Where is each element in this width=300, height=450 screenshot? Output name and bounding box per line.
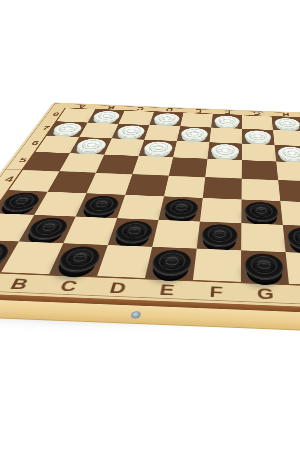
checkers-board: ABCDEFGH 87654321 ⛀⛀⛀⛀⛀⛀⛀⛀⛀⛀⛀⛀⛂⛂⛂⛂⛂⛂⛂⛂⛂⛂… [0,103,300,333]
black-piece-g3[interactable]: ⛂ [245,201,279,222]
white-checker-glyph: ⛀ [277,146,300,161]
white-piece-h8[interactable]: ⛀ [274,118,300,130]
white-piece-f6[interactable]: ⛀ [210,144,239,159]
black-checker-glyph: ⛂ [201,224,238,248]
square-e5[interactable] [169,157,208,177]
white-piece-d8[interactable]: ⛀ [152,113,180,125]
square-f5[interactable] [205,159,242,179]
black-piece-g1[interactable]: ⛂ [245,253,285,281]
square-g8[interactable] [242,115,273,130]
white-checker-glyph: ⛀ [180,128,209,141]
board-scene: ABCDEFGH 87654321 ⛀⛀⛀⛀⛀⛀⛀⛀⛀⛀⛀⛀⛂⛂⛂⛂⛂⛂⛂⛂⛂⛂… [0,0,300,349]
square-e7[interactable]: ⛀ [177,126,211,142]
black-checker-glyph: ⛂ [245,253,285,281]
square-d2[interactable]: ⛂ [108,218,159,247]
black-piece-f2[interactable]: ⛂ [201,224,238,248]
black-piece-c1[interactable]: ⛂ [54,246,103,273]
black-checker-glyph: ⛂ [24,217,71,241]
square-f3[interactable] [200,198,242,223]
black-piece-h2[interactable]: ⛂ [286,227,300,251]
file-label-bottom-f: F [190,280,241,304]
black-checker-glyph: ⛂ [162,198,199,219]
white-checker-glyph: ⛀ [214,115,240,127]
black-checker-glyph: ⛂ [150,249,193,277]
hinge-clasp [257,111,264,113]
white-piece-b6[interactable]: ⛀ [74,138,109,153]
white-checker-glyph: ⛀ [152,113,180,125]
file-label-bottom-g: G [241,282,291,306]
square-c8[interactable] [119,111,154,125]
square-e8[interactable] [180,113,212,128]
square-g6[interactable] [242,144,276,162]
black-piece-b2[interactable]: ⛂ [24,217,71,241]
white-piece-c7[interactable]: ⛀ [115,125,146,138]
file-label-bottom-d: D [89,276,145,300]
white-checker-glyph: ⛀ [245,130,272,143]
square-e2[interactable] [152,220,200,249]
white-checker-glyph: ⛀ [91,111,122,123]
board-grid: ⛀⛀⛀⛀⛀⛀⛀⛀⛀⛀⛀⛀⛂⛂⛂⛂⛂⛂⛂⛂⛂⛂⛂⛂ [0,108,300,288]
square-g4[interactable] [242,179,281,201]
white-checker-glyph: ⛀ [210,144,239,159]
square-h7[interactable] [273,130,300,146]
white-checker-glyph: ⛀ [50,123,84,136]
square-d4[interactable] [125,174,169,196]
square-e3[interactable]: ⛂ [159,196,203,221]
photo-background: ABCDEFGH 87654321 ⛀⛀⛀⛀⛀⛀⛀⛀⛀⛀⛀⛀⛂⛂⛂⛂⛂⛂⛂⛂⛂⛂… [0,0,300,450]
square-f8[interactable]: ⛀ [211,114,242,129]
black-checker-glyph: ⛂ [286,227,300,251]
square-g2[interactable] [241,223,285,252]
square-h8[interactable]: ⛀ [272,117,300,132]
file-label-bottom-c: C [39,274,97,298]
white-checker-glyph: ⛀ [74,138,109,153]
white-piece-h6[interactable]: ⛀ [277,146,300,161]
black-checker-glyph: ⛂ [245,201,279,222]
white-checker-glyph: ⛀ [115,125,146,138]
square-f4[interactable] [203,177,242,199]
white-piece-g7[interactable]: ⛀ [245,130,272,143]
white-checker-glyph: ⛀ [274,118,300,130]
square-h5[interactable] [276,161,300,181]
file-label-bottom-e: E [140,278,193,302]
black-piece-c3[interactable]: ⛂ [80,195,121,216]
white-piece-f8[interactable]: ⛀ [214,115,240,127]
square-e4[interactable] [164,176,205,198]
black-piece-e3[interactable]: ⛂ [162,198,199,219]
square-f1[interactable] [193,249,241,282]
square-f7[interactable] [209,128,242,144]
black-checker-glyph: ⛂ [80,195,121,216]
square-e6[interactable] [173,141,209,159]
square-h1[interactable] [286,252,300,286]
square-c7[interactable]: ⛀ [112,124,150,140]
black-checker-glyph: ⛂ [54,246,103,273]
square-f2[interactable]: ⛂ [197,222,242,251]
square-f6[interactable]: ⛀ [207,142,242,160]
square-e1[interactable]: ⛂ [145,247,197,280]
square-g5[interactable] [242,160,278,180]
white-piece-e7[interactable]: ⛀ [180,128,209,141]
square-h6[interactable]: ⛀ [275,145,300,163]
white-piece-a7[interactable]: ⛀ [50,123,84,136]
square-h3[interactable] [280,201,300,226]
square-d6[interactable]: ⛀ [139,140,177,158]
square-h2[interactable]: ⛂ [283,225,300,254]
black-piece-d2[interactable]: ⛂ [112,220,154,244]
square-h4[interactable] [278,180,300,203]
square-g1[interactable]: ⛂ [241,250,289,283]
white-piece-d6[interactable]: ⛀ [142,141,174,156]
white-piece-b8[interactable]: ⛀ [91,111,122,123]
file-label-bottom-h: H [289,284,300,308]
square-d3[interactable] [117,195,164,220]
black-piece-e1[interactable]: ⛂ [150,249,193,277]
square-d7[interactable] [144,125,180,141]
black-checker-glyph: ⛂ [112,220,154,244]
square-g7[interactable]: ⛀ [242,129,275,145]
square-g3[interactable]: ⛂ [241,199,282,224]
white-checker-glyph: ⛀ [142,141,174,156]
square-d5[interactable] [132,156,173,176]
hinge-screw [130,311,142,319]
square-d1[interactable] [97,245,152,278]
board-tilt-wrapper: ABCDEFGH 87654321 ⛀⛀⛀⛀⛀⛀⛀⛀⛀⛀⛀⛀⛂⛂⛂⛂⛂⛂⛂⛂⛂⛂… [0,0,300,450]
square-d8[interactable]: ⛀ [149,112,183,126]
